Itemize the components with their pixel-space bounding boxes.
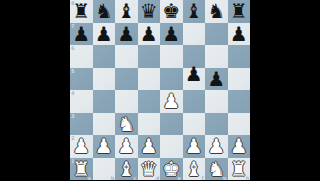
square-g3[interactable] (205, 113, 228, 136)
black-king[interactable]: ♚ (160, 0, 183, 23)
square-d8[interactable]: ♛ (138, 0, 161, 23)
white-rook[interactable]: ♜ (70, 158, 93, 181)
white-pawn[interactable]: ♟ (183, 135, 206, 158)
white-rook[interactable]: ♜ (228, 158, 251, 181)
square-h5[interactable] (228, 68, 251, 91)
white-pawn[interactable]: ♟ (93, 135, 116, 158)
square-c8[interactable]: ♝ (115, 0, 138, 23)
square-d5[interactable] (138, 68, 161, 91)
white-knight[interactable]: ♞ (115, 113, 138, 136)
chess-board: 8♜♞♝♛♚♝♞♜7♟♟♟♟♟♟65♟♟4♟3♞2♟♟♟♟♟♟♟1a♜bc♝d♛… (70, 0, 250, 180)
square-c7[interactable]: ♟ (115, 23, 138, 46)
white-pawn[interactable]: ♟ (70, 135, 93, 158)
black-rook[interactable]: ♜ (70, 0, 93, 23)
square-h4[interactable] (228, 90, 251, 113)
square-b5[interactable] (93, 68, 116, 91)
black-knight[interactable]: ♞ (205, 0, 228, 23)
rank-label-4: 4 (71, 90, 75, 96)
black-pawn[interactable]: ♟ (138, 23, 161, 46)
file-label-b: b (110, 175, 114, 180)
square-a6[interactable]: 6 (70, 45, 93, 68)
square-e1[interactable]: e♚ (160, 158, 183, 181)
white-king[interactable]: ♚ (160, 158, 183, 181)
square-c5[interactable] (115, 68, 138, 91)
square-b7[interactable]: ♟ (93, 23, 116, 46)
square-g5[interactable]: ♟ (205, 68, 228, 91)
black-pawn[interactable]: ♟ (70, 23, 93, 46)
square-c3[interactable]: ♞ (115, 113, 138, 136)
square-f1[interactable]: f♝ (183, 158, 206, 181)
square-b4[interactable] (93, 90, 116, 113)
square-a1[interactable]: 1a♜ (70, 158, 93, 181)
square-b1[interactable]: b (93, 158, 116, 181)
square-a7[interactable]: 7♟ (70, 23, 93, 46)
square-b2[interactable]: ♟ (93, 135, 116, 158)
square-e7[interactable]: ♟ (160, 23, 183, 46)
square-b6[interactable] (93, 45, 116, 68)
black-pawn[interactable]: ♟ (183, 63, 206, 86)
square-d6[interactable] (138, 45, 161, 68)
black-pawn[interactable]: ♟ (205, 68, 228, 91)
square-d1[interactable]: d♛ (138, 158, 161, 181)
square-g4[interactable] (205, 90, 228, 113)
square-e3[interactable] (160, 113, 183, 136)
square-f7[interactable] (183, 23, 206, 46)
black-knight[interactable]: ♞ (93, 0, 116, 23)
square-a4[interactable]: 4 (70, 90, 93, 113)
white-pawn[interactable]: ♟ (115, 135, 138, 158)
black-bishop[interactable]: ♝ (183, 0, 206, 23)
black-pawn[interactable]: ♟ (93, 23, 116, 46)
square-c4[interactable] (115, 90, 138, 113)
square-f4[interactable] (183, 90, 206, 113)
white-pawn[interactable]: ♟ (228, 135, 251, 158)
square-d4[interactable] (138, 90, 161, 113)
square-c1[interactable]: c♝ (115, 158, 138, 181)
square-f2[interactable]: ♟ (183, 135, 206, 158)
square-f3[interactable] (183, 113, 206, 136)
square-e6[interactable] (160, 45, 183, 68)
square-d2[interactable]: ♟ (138, 135, 161, 158)
white-pawn[interactable]: ♟ (160, 90, 183, 113)
square-h6[interactable] (228, 45, 251, 68)
square-h1[interactable]: h♜ (228, 158, 251, 181)
white-bishop[interactable]: ♝ (115, 158, 138, 181)
white-pawn[interactable]: ♟ (205, 135, 228, 158)
square-h3[interactable] (228, 113, 251, 136)
square-h2[interactable]: ♟ (228, 135, 251, 158)
square-c2[interactable]: ♟ (115, 135, 138, 158)
square-a5[interactable]: 5 (70, 68, 93, 91)
black-rook[interactable]: ♜ (228, 0, 251, 23)
black-pawn[interactable]: ♟ (228, 23, 251, 46)
white-bishop[interactable]: ♝ (183, 158, 206, 181)
square-b8[interactable]: ♞ (93, 0, 116, 23)
square-d3[interactable] (138, 113, 161, 136)
letterbox-left (0, 0, 70, 180)
square-g8[interactable]: ♞ (205, 0, 228, 23)
square-f8[interactable]: ♝ (183, 0, 206, 23)
square-g1[interactable]: g♞ (205, 158, 228, 181)
square-h7[interactable]: ♟ (228, 23, 251, 46)
square-g7[interactable] (205, 23, 228, 46)
square-a8[interactable]: 8♜ (70, 0, 93, 23)
square-e2[interactable] (160, 135, 183, 158)
rank-label-6: 6 (71, 45, 75, 51)
black-queen[interactable]: ♛ (138, 0, 161, 23)
square-e8[interactable]: ♚ (160, 0, 183, 23)
rank-label-3: 3 (71, 113, 75, 119)
white-queen[interactable]: ♛ (138, 158, 161, 181)
square-d7[interactable]: ♟ (138, 23, 161, 46)
square-g2[interactable]: ♟ (205, 135, 228, 158)
black-pawn[interactable]: ♟ (160, 23, 183, 46)
white-pawn[interactable]: ♟ (138, 135, 161, 158)
letterbox-right (250, 0, 320, 180)
square-e4[interactable]: ♟ (160, 90, 183, 113)
square-h8[interactable]: ♜ (228, 0, 251, 23)
square-e5[interactable] (160, 68, 183, 91)
square-a2[interactable]: 2♟ (70, 135, 93, 158)
black-bishop[interactable]: ♝ (115, 0, 138, 23)
square-f5[interactable]: ♟ (183, 68, 206, 91)
rank-label-5: 5 (71, 68, 75, 74)
square-c6[interactable] (115, 45, 138, 68)
black-pawn[interactable]: ♟ (115, 23, 138, 46)
square-b3[interactable] (93, 113, 116, 136)
square-a3[interactable]: 3 (70, 113, 93, 136)
square-g6[interactable] (205, 45, 228, 68)
white-knight[interactable]: ♞ (205, 158, 228, 181)
